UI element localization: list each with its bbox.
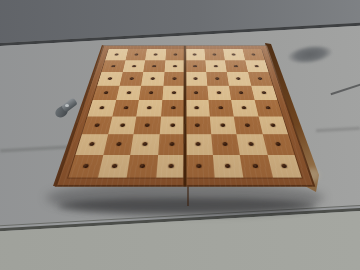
peg-hole [89,142,95,146]
peg-hole [126,91,131,94]
peg-hole [173,65,177,67]
peg-hole [261,91,266,94]
square-g7[interactable] [225,60,248,72]
square-h6[interactable] [248,72,273,85]
square-h4[interactable] [254,100,282,116]
square-c7[interactable] [143,60,165,72]
square-c6[interactable] [141,72,164,85]
peg-hole [253,164,259,168]
peg-hole [222,142,227,146]
square-e2[interactable] [185,134,212,154]
square-d4[interactable] [161,100,185,116]
square-c8[interactable] [145,49,166,60]
peg-hole [108,77,113,79]
square-h5[interactable] [251,85,278,100]
square-h3[interactable] [258,116,288,134]
square-f8[interactable] [204,49,225,60]
fold-hinge-line [187,186,189,206]
peg-hole [239,91,244,94]
square-h8[interactable] [242,49,265,60]
peg-hole [120,123,125,126]
square-b4[interactable] [112,100,139,116]
square-b8[interactable] [125,49,147,60]
square-f4[interactable] [208,100,234,116]
peg-hole [169,142,174,146]
peg-hole [129,77,133,79]
peg-hole [281,164,287,168]
square-d7[interactable] [164,60,185,72]
square-h7[interactable] [245,60,269,72]
peg-hole [218,106,223,109]
square-f1[interactable] [212,155,243,178]
peg-hole [236,77,240,79]
peg-hole [215,77,219,79]
square-f2[interactable] [211,134,240,154]
square-e1[interactable] [185,155,214,178]
square-f3[interactable] [209,116,236,134]
peg-hole [171,106,175,109]
square-d6[interactable] [163,72,185,85]
peg-hole [172,91,176,94]
peg-hole [193,54,197,56]
peg-hole [275,142,281,146]
peg-hole [258,77,263,79]
peg-hole [143,142,148,146]
square-c4[interactable] [136,100,162,116]
peg-hole [265,106,270,109]
peg-hole [196,142,201,146]
peg-hole [111,164,117,168]
peg-hole [251,54,255,56]
square-e5[interactable] [185,85,208,100]
square-e3[interactable] [185,116,211,134]
peg-hole [195,123,200,126]
square-c1[interactable] [127,155,158,178]
square-b5[interactable] [116,85,141,100]
peg-hole [194,91,198,94]
peg-hole [170,123,175,126]
peg-hole [132,65,136,67]
square-h1[interactable] [267,155,302,178]
photo-scene [0,0,360,270]
peg-hole [195,106,199,109]
peg-hole [232,54,236,56]
peg-hole [254,65,258,67]
square-e7[interactable] [185,60,206,72]
square-c2[interactable] [130,134,159,154]
square-d3[interactable] [159,116,185,134]
peg-hole [149,91,153,94]
square-f6[interactable] [206,72,229,85]
peg-hole [145,123,150,126]
peg-hole [95,123,100,126]
square-e6[interactable] [185,72,207,85]
peg-hole [116,142,122,146]
square-f7[interactable] [205,60,227,72]
peg-hole [234,65,238,67]
peg-hole [134,54,138,56]
peg-hole [196,164,201,168]
square-h2[interactable] [262,134,294,154]
peg-hole [100,106,105,109]
peg-hole [242,106,247,109]
square-b2[interactable] [103,134,134,154]
peg-hole [83,164,89,168]
peg-hole [220,123,225,126]
peg-hole [245,123,250,126]
peg-hole [151,77,155,79]
square-b6[interactable] [119,72,143,85]
peg-hole [147,106,152,109]
square-f5[interactable] [207,85,231,100]
square-g8[interactable] [223,49,245,60]
square-e8[interactable] [185,49,205,60]
peg-hole [249,142,255,146]
square-e4[interactable] [185,100,209,116]
square-d8[interactable] [165,49,185,60]
peg-hole [168,164,173,168]
square-d5[interactable] [162,85,185,100]
peg-hole [194,77,198,79]
square-b3[interactable] [108,116,137,134]
square-b7[interactable] [122,60,145,72]
peg-hole [173,54,177,56]
square-c5[interactable] [139,85,163,100]
square-b1[interactable] [97,155,130,178]
peg-hole [140,164,146,168]
square-c3[interactable] [133,116,160,134]
peg-hole [270,123,275,126]
peg-hole [214,65,218,67]
square-d1[interactable] [156,155,185,178]
peg-hole [123,106,128,109]
peg-hole [152,65,156,67]
peg-hole [111,65,115,67]
square-d2[interactable] [158,134,185,154]
peg-hole [225,164,231,168]
peg-hole [193,65,197,67]
peg-hole [115,54,119,56]
peg-hole [104,91,109,94]
peg-hole [217,91,221,94]
peg-hole [212,54,216,56]
peg-hole [172,77,176,79]
peg-hole [154,54,158,56]
